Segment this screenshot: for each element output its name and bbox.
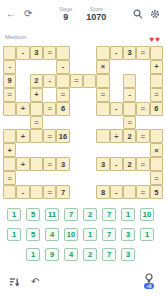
hint-button[interactable]: +6 (141, 273, 157, 291)
board-cell-given: = (43, 157, 56, 171)
board-cell-given: = (43, 46, 56, 60)
board-cell-given: = (30, 116, 43, 130)
board-cell-empty[interactable] (56, 46, 69, 60)
number-tile[interactable]: 1 (121, 208, 135, 221)
number-tray: 1511727110154101731194273 (0, 208, 166, 268)
status-row: Medium ♥♥ (0, 26, 166, 43)
number-tile[interactable]: 3 (121, 248, 135, 261)
board-cell-given: = (150, 88, 163, 102)
number-tile[interactable]: 9 (45, 248, 59, 261)
heart-icon: ♥♥ (150, 35, 162, 44)
board-cell-given: × (150, 143, 163, 157)
board-cell-empty[interactable] (96, 74, 109, 88)
number-tile[interactable]: 7 (102, 248, 116, 261)
board-cell-given: × (96, 60, 109, 74)
search-icon[interactable] (133, 9, 143, 19)
board-cell-empty[interactable] (96, 129, 109, 143)
number-tile[interactable]: 7 (64, 208, 78, 221)
board-cell-given: = (3, 171, 16, 185)
hint-count-badge: +6 (144, 283, 154, 289)
score-stat: Score 1070 (86, 7, 106, 22)
stage-stat: Stage 9 (59, 7, 72, 22)
number-tile[interactable]: 7 (102, 228, 116, 241)
number-tile[interactable]: 4 (45, 228, 59, 241)
number-tile[interactable]: 1 (7, 228, 21, 241)
undo-icon[interactable]: ↶ (31, 277, 39, 287)
number-tile[interactable]: 2 (83, 208, 97, 221)
board-cell-given: = (43, 102, 56, 116)
board-cell-given: 3 (96, 157, 109, 171)
board-cell-given: 6 (150, 102, 163, 116)
number-tile[interactable]: 2 (83, 248, 97, 261)
number-tile[interactable]: 5 (26, 208, 40, 221)
board-cell-given: - (110, 102, 123, 116)
number-tile[interactable]: 3 (121, 228, 135, 241)
number-tile[interactable]: 1 (140, 228, 154, 241)
board-cell-given: 2 (123, 157, 136, 171)
board-cell-empty[interactable] (83, 74, 96, 88)
stage-value: 9 (63, 13, 68, 22)
board-cell-given: + (16, 102, 29, 116)
board-cell-empty[interactable] (3, 129, 16, 143)
board-cell-given: - (16, 185, 29, 199)
board-cell-given: + (3, 143, 16, 157)
board-cell-given: - (16, 46, 29, 60)
board-cell-given: 2 (30, 74, 43, 88)
board-cell-empty[interactable] (30, 102, 43, 116)
board-cell-empty[interactable] (150, 74, 163, 88)
restart-icon[interactable]: ⟳ (24, 9, 32, 19)
sort-icon[interactable] (9, 277, 20, 287)
board-cell-given: = (136, 129, 149, 143)
number-tile[interactable]: 11 (45, 208, 59, 221)
top-bar: ← ⟳ Stage 9 Score 1070 (0, 0, 166, 26)
lives-hearts: ♥♥ (150, 28, 162, 46)
board-cell-empty[interactable] (30, 129, 43, 143)
board-cell-given: = (56, 88, 69, 102)
board-cell-empty[interactable] (123, 102, 136, 116)
board-cell-given: 8 (96, 185, 109, 199)
board-cell-given: 3 (123, 46, 136, 60)
difficulty-label: Medium (5, 34, 26, 40)
board-cell-given: = (136, 185, 149, 199)
board-cell-given: - (110, 157, 123, 171)
board-cell-given: + (16, 129, 29, 143)
board-cell-given: = (136, 102, 149, 116)
board-cell-empty[interactable] (3, 185, 16, 199)
board-cell-given: = (3, 88, 16, 102)
number-tile[interactable]: 10 (140, 208, 154, 221)
tray-row: 154101731 (0, 228, 166, 241)
board-cell-given: - (110, 185, 123, 199)
board-cell-given: - (3, 60, 16, 74)
board-cell-given: = (96, 88, 109, 102)
board-cell-empty[interactable] (123, 74, 136, 88)
back-icon[interactable]: ← (6, 9, 16, 19)
board-cell-empty[interactable] (30, 157, 43, 171)
number-tile[interactable]: 1 (26, 248, 40, 261)
board-cell-given: + (150, 60, 163, 74)
bottom-toolbar: ↶ +6 (0, 272, 166, 292)
board-cell-given: + (16, 157, 29, 171)
number-tile[interactable]: 10 (64, 228, 78, 241)
board-cell-given: = (136, 157, 149, 171)
board-cell-empty[interactable] (3, 46, 16, 60)
board-cell-empty[interactable] (150, 46, 163, 60)
number-tile[interactable]: 7 (102, 208, 116, 221)
board-cell-empty[interactable] (3, 102, 16, 116)
board-cell-empty[interactable] (150, 129, 163, 143)
board-cell-given: - (123, 88, 136, 102)
stage-label: Stage (59, 7, 72, 12)
board-cell-given: 3 (56, 157, 69, 171)
board-cell-given: + (30, 88, 43, 102)
board-cell-given: = (123, 116, 136, 130)
board-cell-empty[interactable] (56, 74, 69, 88)
board-cell-given: ÷ (110, 129, 123, 143)
board-cell-given: 16 (56, 129, 69, 143)
number-tile[interactable]: 5 (26, 228, 40, 241)
board-cell-empty[interactable] (96, 102, 109, 116)
number-tile[interactable]: 4 (64, 248, 78, 261)
tray-row: 1511727110 (0, 208, 166, 221)
board-cell-given: 6 (56, 102, 69, 116)
board-cell-given: = (43, 129, 56, 143)
board-cell-given: 7 (56, 185, 69, 199)
board-cell-given: - (56, 60, 69, 74)
score-label: Score (90, 7, 103, 12)
board-cell-empty[interactable] (30, 185, 43, 199)
board-cell-empty[interactable] (3, 157, 16, 171)
board-cell-empty[interactable] (123, 185, 136, 199)
number-tile[interactable]: 1 (7, 208, 21, 221)
board-cell-given: - (110, 46, 123, 60)
board-cell-given: = (136, 46, 149, 60)
board-cell-given: 2 (123, 129, 136, 143)
board-cell-given: 9 (3, 74, 16, 88)
board-cell-given: 5 (150, 185, 163, 199)
puzzle-board: -3=-3=--×+92-==+==-=+=6-=6==+=16÷2=+×+=3… (3, 46, 163, 199)
board-cell-given: = (43, 185, 56, 199)
tray-row: 194273 (0, 248, 166, 261)
board-cell-empty[interactable] (150, 157, 163, 171)
board-cell-given: - (43, 74, 56, 88)
board-cell-given: 3 (30, 46, 43, 60)
score-value: 1070 (86, 13, 106, 22)
number-tile[interactable]: 1 (83, 228, 97, 241)
board-cell-given: = (70, 74, 83, 88)
settings-gear-icon[interactable] (150, 9, 160, 19)
board-cell-given: = (150, 171, 163, 185)
board-cell-empty[interactable] (96, 46, 109, 60)
